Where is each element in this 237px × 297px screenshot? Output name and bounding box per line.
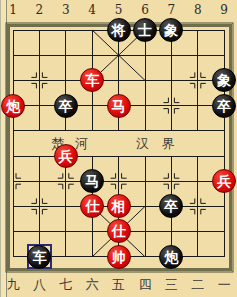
bottom-file-labels: 九八七六五四三二一 xyxy=(0,276,237,294)
file-label-bottom: 六 xyxy=(79,276,105,294)
black-horse-disc: 马 xyxy=(80,169,104,193)
xiangqi-board-screen: 123456789 楚河 汉界 将士象车象炮卒马卒兵马兵仕相卒仕车帅炮 九八七六… xyxy=(0,0,237,297)
piece-red-elephant[interactable]: 相 xyxy=(106,194,131,219)
file-label-top: 8 xyxy=(185,1,211,19)
file-label-top: 4 xyxy=(79,1,105,19)
file-label-bottom: 二 xyxy=(185,276,211,294)
red-soldier-disc: 兵 xyxy=(54,144,78,168)
file-label-top: 2 xyxy=(26,1,52,19)
file-label-top: 7 xyxy=(158,1,184,19)
piece-black-soldier[interactable]: 卒 xyxy=(53,93,78,118)
red-horse-disc: 马 xyxy=(107,94,131,118)
file-label-bottom: 九 xyxy=(0,276,26,294)
file-label-bottom: 八 xyxy=(26,276,52,294)
piece-red-soldier[interactable]: 兵 xyxy=(53,143,78,168)
piece-red-soldier[interactable]: 兵 xyxy=(212,169,237,194)
piece-red-advisor[interactable]: 仕 xyxy=(106,219,131,244)
black-soldier-disc: 卒 xyxy=(212,94,236,118)
black-elephant-disc: 象 xyxy=(159,18,183,42)
piece-black-soldier[interactable]: 卒 xyxy=(159,194,184,219)
piece-black-soldier[interactable]: 卒 xyxy=(212,93,237,118)
file-label-bottom: 一 xyxy=(211,276,237,294)
file-label-top: 1 xyxy=(0,1,26,19)
file-label-top: 9 xyxy=(211,1,237,19)
red-cannon-disc: 炮 xyxy=(1,94,25,118)
red-elephant-disc: 相 xyxy=(107,194,131,218)
file-label-top: 6 xyxy=(132,1,158,19)
piece-layer: 将士象车象炮卒马卒兵马兵仕相卒仕车帅炮 xyxy=(0,17,237,269)
piece-black-general[interactable]: 将 xyxy=(106,17,131,42)
file-label-bottom: 四 xyxy=(132,276,158,294)
red-soldier-disc: 兵 xyxy=(212,169,236,193)
piece-black-elephant[interactable]: 象 xyxy=(159,17,184,42)
red-advisor-disc: 仕 xyxy=(107,219,131,243)
file-label-top: 3 xyxy=(53,1,79,19)
black-elephant-disc: 象 xyxy=(212,68,236,92)
black-chariot-disc: 车 xyxy=(27,245,51,269)
piece-black-chariot[interactable]: 车 xyxy=(27,244,52,269)
piece-black-cannon[interactable]: 炮 xyxy=(159,244,184,269)
piece-red-cannon[interactable]: 炮 xyxy=(1,93,26,118)
file-label-bottom: 五 xyxy=(105,276,131,294)
piece-red-advisor[interactable]: 仕 xyxy=(80,194,105,219)
black-cannon-disc: 炮 xyxy=(159,245,183,269)
black-general-disc: 将 xyxy=(107,18,131,42)
piece-red-general[interactable]: 帅 xyxy=(106,244,131,269)
top-file-labels: 123456789 xyxy=(0,1,237,19)
piece-black-horse[interactable]: 马 xyxy=(80,169,105,194)
piece-red-horse[interactable]: 马 xyxy=(106,93,131,118)
black-soldier-disc: 卒 xyxy=(159,194,183,218)
red-general-disc: 帅 xyxy=(107,245,131,269)
file-label-top: 5 xyxy=(105,1,131,19)
file-label-bottom: 三 xyxy=(158,276,184,294)
piece-black-elephant[interactable]: 象 xyxy=(212,68,237,93)
black-soldier-disc: 卒 xyxy=(54,94,78,118)
red-advisor-disc: 仕 xyxy=(80,194,104,218)
piece-red-chariot[interactable]: 车 xyxy=(80,68,105,93)
black-advisor-disc: 士 xyxy=(133,18,157,42)
file-label-bottom: 七 xyxy=(53,276,79,294)
piece-black-advisor[interactable]: 士 xyxy=(132,17,157,42)
red-chariot-disc: 车 xyxy=(80,68,104,92)
